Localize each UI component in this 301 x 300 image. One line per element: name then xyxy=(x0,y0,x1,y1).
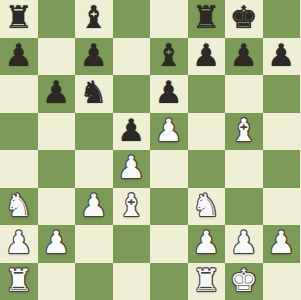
square-a5[interactable] xyxy=(0,113,38,151)
square-h1[interactable] xyxy=(263,263,301,300)
piece-black-knight[interactable]: ♞ xyxy=(80,77,108,108)
square-a2[interactable]: ♟ xyxy=(0,225,38,263)
piece-white-rook[interactable]: ♜ xyxy=(192,265,220,296)
piece-black-bishop[interactable]: ♝ xyxy=(80,2,108,33)
piece-black-pawn[interactable]: ♟ xyxy=(117,115,145,146)
square-e2[interactable] xyxy=(150,225,188,263)
square-b2[interactable]: ♟ xyxy=(38,225,76,263)
chess-board: ♜♝♜♚♟♟♝♟♟♟♟♞♟♟♟♝♟♞♟♝♞♟♟♟♟♟♜♜♚ xyxy=(0,0,300,300)
piece-black-pawn[interactable]: ♟ xyxy=(155,77,183,108)
square-d6[interactable] xyxy=(113,75,151,113)
square-c8[interactable]: ♝ xyxy=(75,0,113,38)
piece-white-pawn[interactable]: ♟ xyxy=(230,227,258,258)
square-h2[interactable]: ♟ xyxy=(263,225,301,263)
square-c7[interactable]: ♟ xyxy=(75,38,113,76)
piece-black-rook[interactable]: ♜ xyxy=(5,2,33,33)
square-g5[interactable]: ♝ xyxy=(225,113,263,151)
square-c5[interactable] xyxy=(75,113,113,151)
square-c4[interactable] xyxy=(75,150,113,188)
square-b4[interactable] xyxy=(38,150,76,188)
square-g6[interactable] xyxy=(225,75,263,113)
square-d3[interactable]: ♝ xyxy=(113,188,151,226)
square-e8[interactable] xyxy=(150,0,188,38)
piece-white-pawn[interactable]: ♟ xyxy=(117,152,145,183)
square-a8[interactable]: ♜ xyxy=(0,0,38,38)
square-d8[interactable] xyxy=(113,0,151,38)
square-b5[interactable] xyxy=(38,113,76,151)
piece-white-rook[interactable]: ♜ xyxy=(5,265,33,296)
square-c2[interactable] xyxy=(75,225,113,263)
square-c1[interactable] xyxy=(75,263,113,300)
square-h8[interactable] xyxy=(263,0,301,38)
square-f1[interactable]: ♜ xyxy=(188,263,226,300)
square-g3[interactable] xyxy=(225,188,263,226)
square-e6[interactable]: ♟ xyxy=(150,75,188,113)
square-e5[interactable]: ♟ xyxy=(150,113,188,151)
piece-black-king[interactable]: ♚ xyxy=(230,2,258,33)
square-g2[interactable]: ♟ xyxy=(225,225,263,263)
piece-black-bishop[interactable]: ♝ xyxy=(155,40,183,71)
square-g8[interactable]: ♚ xyxy=(225,0,263,38)
square-b3[interactable] xyxy=(38,188,76,226)
square-c6[interactable]: ♞ xyxy=(75,75,113,113)
square-h4[interactable] xyxy=(263,150,301,188)
square-a4[interactable] xyxy=(0,150,38,188)
piece-black-pawn[interactable]: ♟ xyxy=(230,40,258,71)
square-g7[interactable]: ♟ xyxy=(225,38,263,76)
piece-white-pawn[interactable]: ♟ xyxy=(192,227,220,258)
square-d2[interactable] xyxy=(113,225,151,263)
square-b6[interactable]: ♟ xyxy=(38,75,76,113)
square-f5[interactable] xyxy=(188,113,226,151)
square-a3[interactable]: ♞ xyxy=(0,188,38,226)
piece-white-pawn[interactable]: ♟ xyxy=(42,227,70,258)
square-f3[interactable]: ♞ xyxy=(188,188,226,226)
square-h5[interactable] xyxy=(263,113,301,151)
square-h3[interactable] xyxy=(263,188,301,226)
square-b7[interactable] xyxy=(38,38,76,76)
piece-white-pawn[interactable]: ♟ xyxy=(155,115,183,146)
square-a6[interactable] xyxy=(0,75,38,113)
piece-white-bishop[interactable]: ♝ xyxy=(230,115,258,146)
square-g4[interactable] xyxy=(225,150,263,188)
square-d7[interactable] xyxy=(113,38,151,76)
piece-black-pawn[interactable]: ♟ xyxy=(192,40,220,71)
square-g1[interactable]: ♚ xyxy=(225,263,263,300)
piece-white-bishop[interactable]: ♝ xyxy=(117,190,145,221)
piece-black-rook[interactable]: ♜ xyxy=(192,2,220,33)
square-e1[interactable] xyxy=(150,263,188,300)
square-h6[interactable] xyxy=(263,75,301,113)
square-d5[interactable]: ♟ xyxy=(113,113,151,151)
piece-black-pawn[interactable]: ♟ xyxy=(80,40,108,71)
piece-white-king[interactable]: ♚ xyxy=(230,265,258,296)
square-d4[interactable]: ♟ xyxy=(113,150,151,188)
piece-black-pawn[interactable]: ♟ xyxy=(5,40,33,71)
square-b8[interactable] xyxy=(38,0,76,38)
piece-white-pawn[interactable]: ♟ xyxy=(267,227,295,258)
square-e4[interactable] xyxy=(150,150,188,188)
piece-white-pawn[interactable]: ♟ xyxy=(5,227,33,258)
square-f6[interactable] xyxy=(188,75,226,113)
square-f7[interactable]: ♟ xyxy=(188,38,226,76)
square-b1[interactable] xyxy=(38,263,76,300)
square-a1[interactable]: ♜ xyxy=(0,263,38,300)
square-c3[interactable]: ♟ xyxy=(75,188,113,226)
square-a7[interactable]: ♟ xyxy=(0,38,38,76)
square-f2[interactable]: ♟ xyxy=(188,225,226,263)
piece-white-knight[interactable]: ♞ xyxy=(192,190,220,221)
piece-white-pawn[interactable]: ♟ xyxy=(80,190,108,221)
piece-black-pawn[interactable]: ♟ xyxy=(267,40,295,71)
square-f4[interactable] xyxy=(188,150,226,188)
square-d1[interactable] xyxy=(113,263,151,300)
piece-white-knight[interactable]: ♞ xyxy=(5,190,33,221)
square-f8[interactable]: ♜ xyxy=(188,0,226,38)
square-h7[interactable]: ♟ xyxy=(263,38,301,76)
square-e7[interactable]: ♝ xyxy=(150,38,188,76)
piece-black-pawn[interactable]: ♟ xyxy=(42,77,70,108)
square-e3[interactable] xyxy=(150,188,188,226)
